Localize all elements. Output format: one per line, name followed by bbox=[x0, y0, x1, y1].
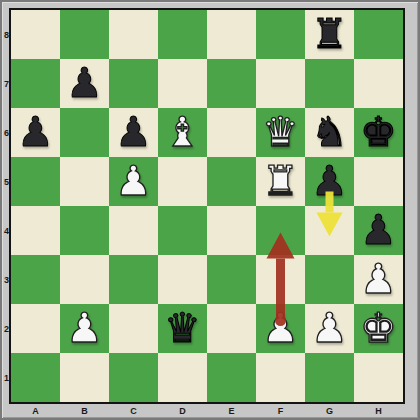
square-c5[interactable]: ♟ bbox=[109, 157, 158, 206]
piece-black-knight-g6[interactable]: ♞ bbox=[305, 108, 354, 157]
piece-white-pawn-f2[interactable]: ♟ bbox=[256, 304, 305, 353]
square-d7[interactable] bbox=[158, 59, 207, 108]
piece-white-king-h2[interactable]: ♚ bbox=[354, 304, 403, 353]
square-g8[interactable]: ♜ bbox=[305, 10, 354, 59]
square-h8[interactable] bbox=[354, 10, 403, 59]
square-c2[interactable] bbox=[109, 304, 158, 353]
square-h2[interactable]: ♚ bbox=[354, 304, 403, 353]
piece-black-pawn-b7[interactable]: ♟ bbox=[60, 59, 109, 108]
square-h4[interactable]: ♟ bbox=[354, 206, 403, 255]
square-e3[interactable] bbox=[207, 255, 256, 304]
piece-white-pawn-h3[interactable]: ♟ bbox=[354, 255, 403, 304]
square-e6[interactable] bbox=[207, 108, 256, 157]
piece-black-pawn-c6[interactable]: ♟ bbox=[109, 108, 158, 157]
square-f8[interactable] bbox=[256, 10, 305, 59]
file-label-c: C bbox=[109, 404, 158, 418]
square-d5[interactable] bbox=[158, 157, 207, 206]
square-f1[interactable] bbox=[256, 353, 305, 402]
square-a5[interactable] bbox=[11, 157, 60, 206]
square-c8[interactable] bbox=[109, 10, 158, 59]
square-b5[interactable] bbox=[60, 157, 109, 206]
file-label-e: E bbox=[207, 404, 256, 418]
square-f6[interactable]: ♛ bbox=[256, 108, 305, 157]
square-h3[interactable]: ♟ bbox=[354, 255, 403, 304]
piece-black-pawn-g5[interactable]: ♟ bbox=[305, 157, 354, 206]
piece-white-pawn-c5[interactable]: ♟ bbox=[109, 157, 158, 206]
square-e5[interactable] bbox=[207, 157, 256, 206]
board-border: ♜♟♟♟♝♛♞♚♟♜♟♟♟♟♛♟♟♚ bbox=[9, 8, 405, 404]
square-g3[interactable] bbox=[305, 255, 354, 304]
square-c3[interactable] bbox=[109, 255, 158, 304]
square-c6[interactable]: ♟ bbox=[109, 108, 158, 157]
file-label-d: D bbox=[158, 404, 207, 418]
square-d6[interactable]: ♝ bbox=[158, 108, 207, 157]
file-label-h: H bbox=[354, 404, 403, 418]
square-f3[interactable] bbox=[256, 255, 305, 304]
square-a7[interactable] bbox=[11, 59, 60, 108]
square-d2[interactable]: ♛ bbox=[158, 304, 207, 353]
square-a1[interactable] bbox=[11, 353, 60, 402]
square-b7[interactable]: ♟ bbox=[60, 59, 109, 108]
piece-white-bishop-d6[interactable]: ♝ bbox=[158, 108, 207, 157]
square-d1[interactable] bbox=[158, 353, 207, 402]
square-c1[interactable] bbox=[109, 353, 158, 402]
square-b1[interactable] bbox=[60, 353, 109, 402]
square-a2[interactable] bbox=[11, 304, 60, 353]
square-h7[interactable] bbox=[354, 59, 403, 108]
square-b4[interactable] bbox=[60, 206, 109, 255]
file-label-f: F bbox=[256, 404, 305, 418]
square-a8[interactable] bbox=[11, 10, 60, 59]
piece-white-rook-f5[interactable]: ♜ bbox=[256, 157, 305, 206]
file-label-a: A bbox=[11, 404, 60, 418]
square-f7[interactable] bbox=[256, 59, 305, 108]
piece-white-pawn-g2[interactable]: ♟ bbox=[305, 304, 354, 353]
square-g7[interactable] bbox=[305, 59, 354, 108]
piece-black-pawn-a6[interactable]: ♟ bbox=[11, 108, 60, 157]
square-e4[interactable] bbox=[207, 206, 256, 255]
square-b3[interactable] bbox=[60, 255, 109, 304]
square-e2[interactable] bbox=[207, 304, 256, 353]
piece-black-pawn-h4[interactable]: ♟ bbox=[354, 206, 403, 255]
square-c7[interactable] bbox=[109, 59, 158, 108]
square-b8[interactable] bbox=[60, 10, 109, 59]
piece-black-rook-g8[interactable]: ♜ bbox=[305, 10, 354, 59]
piece-white-pawn-b2[interactable]: ♟ bbox=[60, 304, 109, 353]
square-g6[interactable]: ♞ bbox=[305, 108, 354, 157]
file-label-g: G bbox=[305, 404, 354, 418]
square-d3[interactable] bbox=[158, 255, 207, 304]
square-g1[interactable] bbox=[305, 353, 354, 402]
square-a6[interactable]: ♟ bbox=[11, 108, 60, 157]
square-a3[interactable] bbox=[11, 255, 60, 304]
square-d4[interactable] bbox=[158, 206, 207, 255]
square-b2[interactable]: ♟ bbox=[60, 304, 109, 353]
square-e7[interactable] bbox=[207, 59, 256, 108]
file-label-b: B bbox=[60, 404, 109, 418]
square-g2[interactable]: ♟ bbox=[305, 304, 354, 353]
chess-board-frame: 87654321 ABCDEFGH ♜♟♟♟♝♛♞♚♟♜♟♟♟♟♛♟♟♚ bbox=[0, 0, 420, 420]
square-f2[interactable]: ♟ bbox=[256, 304, 305, 353]
square-a4[interactable] bbox=[11, 206, 60, 255]
square-g5[interactable]: ♟ bbox=[305, 157, 354, 206]
piece-white-queen-f6[interactable]: ♛ bbox=[256, 108, 305, 157]
square-e1[interactable] bbox=[207, 353, 256, 402]
square-f4[interactable] bbox=[256, 206, 305, 255]
piece-black-queen-d2[interactable]: ♛ bbox=[158, 304, 207, 353]
square-b6[interactable] bbox=[60, 108, 109, 157]
file-labels: ABCDEFGH bbox=[11, 404, 403, 418]
square-d8[interactable] bbox=[158, 10, 207, 59]
square-f5[interactable]: ♜ bbox=[256, 157, 305, 206]
square-h1[interactable] bbox=[354, 353, 403, 402]
square-g4[interactable] bbox=[305, 206, 354, 255]
chess-board: ♜♟♟♟♝♛♞♚♟♜♟♟♟♟♛♟♟♚ bbox=[11, 10, 403, 402]
piece-black-king-h6[interactable]: ♚ bbox=[354, 108, 403, 157]
square-h6[interactable]: ♚ bbox=[354, 108, 403, 157]
square-c4[interactable] bbox=[109, 206, 158, 255]
square-h5[interactable] bbox=[354, 157, 403, 206]
square-e8[interactable] bbox=[207, 10, 256, 59]
